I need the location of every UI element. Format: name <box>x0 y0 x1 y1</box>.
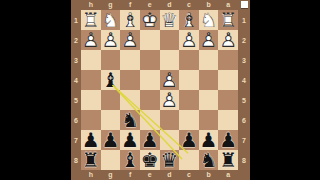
square-c1: ♝♗ <box>179 10 199 30</box>
white-rook-a1: ♜♖ <box>218 10 238 30</box>
square-a3 <box>218 50 238 70</box>
rank-label-2: 2 <box>238 30 250 50</box>
piece-outline: ♖ <box>82 10 100 30</box>
white-pawn-d4: ♟♙ <box>160 70 180 90</box>
board-corner-top-right <box>238 0 250 10</box>
square-a2: ♟♙ <box>218 30 238 50</box>
square-g5 <box>101 90 121 110</box>
rank-label-1: 1 <box>238 10 250 30</box>
square-h2: ♟♙ <box>81 30 101 50</box>
square-e6 <box>140 110 160 130</box>
rank-label-7: 7 <box>71 130 81 150</box>
piece-outline: ♙ <box>160 70 178 90</box>
square-h4 <box>81 70 101 90</box>
square-c6 <box>179 110 199 130</box>
piece-outline: ♗ <box>180 10 198 30</box>
square-e2 <box>140 30 160 50</box>
black-pawn-g7: ♟ <box>101 130 121 150</box>
piece-outline: ♙ <box>101 30 119 50</box>
white-pawn-h2: ♟♙ <box>81 30 101 50</box>
white-pawn-f2: ♟♙ <box>120 30 140 50</box>
square-b3 <box>199 50 219 70</box>
rank-label-1: 1 <box>71 10 81 30</box>
black-rook-h8: ♜ <box>81 150 101 170</box>
square-b8: ♞ <box>199 150 219 170</box>
black-pawn-c7: ♟ <box>179 130 199 150</box>
piece-outline: ♙ <box>219 30 237 50</box>
square-e8: ♚ <box>140 150 160 170</box>
squares-grid: ♜♖♞♘♝♗♚♔♛♕♝♗♞♘♜♖♟♙♟♙♟♙♟♙♟♙♟♙♝♟♙♟♙♞♟♟♟♟♟♟… <box>81 10 238 170</box>
square-d3 <box>160 50 180 70</box>
square-d4: ♟♙ <box>160 70 180 90</box>
rank-label-5: 5 <box>71 90 81 110</box>
square-d5: ♟♙ <box>160 90 180 110</box>
square-h8: ♜ <box>81 150 101 170</box>
white-pawn-d5: ♟♙ <box>160 90 180 110</box>
rank-label-6: 6 <box>238 110 250 130</box>
video-frame: hgfedcba 12345678 ♜♖♞♘♝♗♚♔♛♕♝♗♞♘♜♖♟♙♟♙♟♙… <box>0 0 320 180</box>
square-a5 <box>218 90 238 110</box>
square-b5 <box>199 90 219 110</box>
black-king-e8: ♚ <box>140 150 160 170</box>
rank-label-3: 3 <box>71 50 81 70</box>
white-bishop-c1: ♝♗ <box>179 10 199 30</box>
square-d6 <box>160 110 180 130</box>
square-a7: ♟ <box>218 130 238 150</box>
black-bishop-g4: ♝ <box>101 70 121 90</box>
square-c3 <box>179 50 199 70</box>
square-h5 <box>81 90 101 110</box>
rank-labels-right: 12345678 <box>238 10 250 170</box>
rank-label-8: 8 <box>71 150 81 170</box>
square-f3 <box>120 50 140 70</box>
board-corner-bottom-right <box>238 170 250 180</box>
square-f4 <box>120 70 140 90</box>
rank-label-4: 4 <box>71 70 81 90</box>
square-e3 <box>140 50 160 70</box>
white-pawn-b2: ♟♙ <box>199 30 219 50</box>
square-g3 <box>101 50 121 70</box>
rank-label-6: 6 <box>71 110 81 130</box>
piece-outline: ♙ <box>200 30 218 50</box>
square-g8 <box>101 150 121 170</box>
white-pawn-g2: ♟♙ <box>101 30 121 50</box>
square-f5 <box>120 90 140 110</box>
white-queen-d1: ♛♕ <box>160 10 180 30</box>
square-b6 <box>199 110 219 130</box>
piece-outline: ♙ <box>180 30 198 50</box>
white-rook-h1: ♜♖ <box>81 10 101 30</box>
square-h7: ♟ <box>81 130 101 150</box>
square-f7: ♟ <box>120 130 140 150</box>
square-c7: ♟ <box>179 130 199 150</box>
square-d7 <box>160 130 180 150</box>
square-b7: ♟ <box>199 130 219 150</box>
rank-labels-left: 12345678 <box>71 10 81 170</box>
square-a1: ♜♖ <box>218 10 238 30</box>
square-a4 <box>218 70 238 90</box>
square-c5 <box>179 90 199 110</box>
square-b2: ♟♙ <box>199 30 219 50</box>
square-g1: ♞♘ <box>101 10 121 30</box>
chess-board: hgfedcba 12345678 ♜♖♞♘♝♗♚♔♛♕♝♗♞♘♜♖♟♙♟♙♟♙… <box>71 0 250 180</box>
black-knight-b8: ♞ <box>199 150 219 170</box>
square-e5 <box>140 90 160 110</box>
board-middle: 12345678 ♜♖♞♘♝♗♚♔♛♕♝♗♞♘♜♖♟♙♟♙♟♙♟♙♟♙♟♙♝♟♙… <box>71 10 250 170</box>
white-knight-b1: ♞♘ <box>199 10 219 30</box>
square-f1: ♝♗ <box>120 10 140 30</box>
square-d2 <box>160 30 180 50</box>
rank-label-4: 4 <box>238 70 250 90</box>
rank-label-2: 2 <box>71 30 81 50</box>
square-g2: ♟♙ <box>101 30 121 50</box>
piece-outline: ♖ <box>219 10 237 30</box>
piece-outline: ♙ <box>121 30 139 50</box>
rank-label-7: 7 <box>238 130 250 150</box>
black-knight-f6: ♞ <box>120 110 140 130</box>
piece-outline: ♗ <box>121 10 139 30</box>
file-label-g: g <box>101 170 121 180</box>
black-bishop-f8: ♝ <box>120 150 140 170</box>
square-f2: ♟♙ <box>120 30 140 50</box>
square-e1: ♚♔ <box>140 10 160 30</box>
black-queen-d8: ♛ <box>160 150 180 170</box>
black-pawn-a7: ♟ <box>218 130 238 150</box>
white-knight-g1: ♞♘ <box>101 10 121 30</box>
piece-outline: ♙ <box>160 90 178 110</box>
square-b4 <box>199 70 219 90</box>
square-g6 <box>101 110 121 130</box>
square-c8 <box>179 150 199 170</box>
square-d8: ♛ <box>160 150 180 170</box>
white-pawn-a2: ♟♙ <box>218 30 238 50</box>
black-pawn-b7: ♟ <box>199 130 219 150</box>
board-corner-bottom-left <box>71 170 81 180</box>
square-g7: ♟ <box>101 130 121 150</box>
square-h3 <box>81 50 101 70</box>
rank-label-3: 3 <box>238 50 250 70</box>
black-pawn-f7: ♟ <box>120 130 140 150</box>
square-g4: ♝ <box>101 70 121 90</box>
white-bishop-f1: ♝♗ <box>120 10 140 30</box>
square-a6 <box>218 110 238 130</box>
white-pawn-c2: ♟♙ <box>179 30 199 50</box>
square-f8: ♝ <box>120 150 140 170</box>
piece-outline: ♙ <box>82 30 100 50</box>
piece-outline: ♕ <box>160 10 178 30</box>
white-to-move-indicator <box>241 1 248 8</box>
black-pawn-h7: ♟ <box>81 130 101 150</box>
rank-label-8: 8 <box>238 150 250 170</box>
board-corner-top-left <box>71 0 81 10</box>
square-c2: ♟♙ <box>179 30 199 50</box>
file-label-c: c <box>179 170 199 180</box>
square-a8: ♜ <box>218 150 238 170</box>
square-e7: ♟ <box>140 130 160 150</box>
piece-outline: ♔ <box>141 10 159 30</box>
square-h1: ♜♖ <box>81 10 101 30</box>
black-rook-a8: ♜ <box>218 150 238 170</box>
black-pawn-e7: ♟ <box>140 130 160 150</box>
piece-outline: ♘ <box>101 10 119 30</box>
white-king-e1: ♚♔ <box>140 10 160 30</box>
piece-outline: ♘ <box>200 10 218 30</box>
square-b1: ♞♘ <box>199 10 219 30</box>
square-d1: ♛♕ <box>160 10 180 30</box>
square-f6: ♞ <box>120 110 140 130</box>
square-e4 <box>140 70 160 90</box>
rank-label-5: 5 <box>238 90 250 110</box>
square-h6 <box>81 110 101 130</box>
square-c4 <box>179 70 199 90</box>
